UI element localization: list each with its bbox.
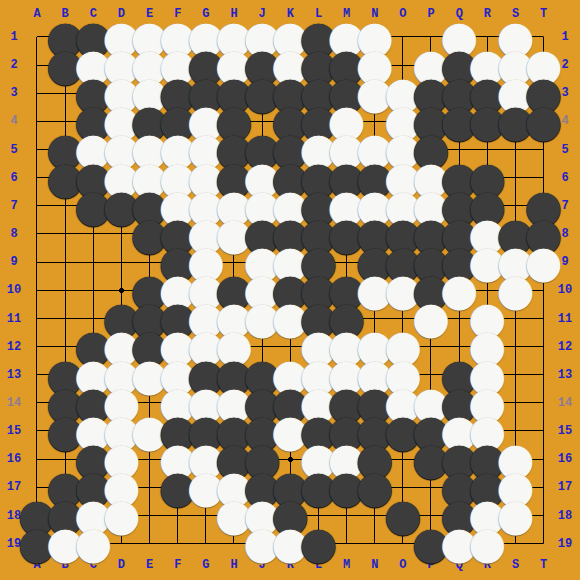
board-intersection-C4[interactable]: ●: [79, 107, 107, 135]
board-intersection-H14[interactable]: ●: [220, 389, 248, 417]
board-intersection-N6[interactable]: ●: [361, 164, 389, 192]
board-intersection-D13[interactable]: ●: [107, 361, 135, 389]
board-intersection-E10[interactable]: ●: [135, 276, 163, 304]
board-intersection-H2[interactable]: ●: [220, 51, 248, 79]
board-intersection-N1[interactable]: ●: [361, 23, 389, 51]
board-intersection-Q9[interactable]: ●: [445, 248, 473, 276]
board-intersection-P10[interactable]: ●: [417, 276, 445, 304]
board-intersection-R14[interactable]: ●: [473, 389, 501, 417]
board-intersection-A5[interactable]: [23, 135, 51, 163]
board-intersection-L16[interactable]: ●: [304, 445, 332, 473]
board-intersection-K10[interactable]: ●: [276, 276, 304, 304]
board-intersection-F3[interactable]: ●: [164, 79, 192, 107]
board-intersection-P15[interactable]: ●: [417, 417, 445, 445]
board-intersection-A15[interactable]: [23, 417, 51, 445]
board-intersection-N19[interactable]: [361, 529, 389, 557]
board-intersection-T12[interactable]: [529, 332, 557, 360]
board-intersection-L8[interactable]: ●: [304, 220, 332, 248]
board-intersection-K16[interactable]: [276, 445, 304, 473]
board-intersection-T6[interactable]: [529, 164, 557, 192]
board-intersection-N2[interactable]: ●: [361, 51, 389, 79]
board-intersection-T11[interactable]: [529, 304, 557, 332]
board-intersection-N17[interactable]: ●: [361, 473, 389, 501]
board-intersection-M1[interactable]: ●: [332, 23, 360, 51]
board-intersection-E17[interactable]: [135, 473, 163, 501]
board-intersection-G7[interactable]: ●: [192, 192, 220, 220]
board-intersection-P6[interactable]: ●: [417, 164, 445, 192]
board-intersection-T9[interactable]: ●: [529, 248, 557, 276]
board-intersection-H12[interactable]: ●: [220, 332, 248, 360]
board-intersection-P14[interactable]: ●: [417, 389, 445, 417]
board-intersection-H3[interactable]: ●: [220, 79, 248, 107]
board-intersection-F8[interactable]: ●: [164, 220, 192, 248]
board-intersection-G4[interactable]: ●: [192, 107, 220, 135]
board-intersection-A7[interactable]: [23, 192, 51, 220]
board-intersection-P3[interactable]: ●: [417, 79, 445, 107]
board-intersection-D17[interactable]: ●: [107, 473, 135, 501]
board-intersection-H8[interactable]: ●: [220, 220, 248, 248]
board-intersection-N7[interactable]: ●: [361, 192, 389, 220]
board-intersection-D4[interactable]: ●: [107, 107, 135, 135]
board-intersection-P1[interactable]: [417, 23, 445, 51]
board-intersection-P4[interactable]: ●: [417, 107, 445, 135]
board-intersection-L7[interactable]: ●: [304, 192, 332, 220]
board-intersection-L17[interactable]: ●: [304, 473, 332, 501]
board-intersection-P11[interactable]: ●: [417, 304, 445, 332]
board-intersection-B9[interactable]: [51, 248, 79, 276]
board-intersection-Q5[interactable]: [445, 135, 473, 163]
board-intersection-D7[interactable]: ●: [107, 192, 135, 220]
board-intersection-S3[interactable]: ●: [501, 79, 529, 107]
board-intersection-H1[interactable]: ●: [220, 23, 248, 51]
board-intersection-D1[interactable]: ●: [107, 23, 135, 51]
board-intersection-E7[interactable]: ●: [135, 192, 163, 220]
board-intersection-J7[interactable]: ●: [248, 192, 276, 220]
board-intersection-P7[interactable]: ●: [417, 192, 445, 220]
board-intersection-N16[interactable]: ●: [361, 445, 389, 473]
board-intersection-A9[interactable]: [23, 248, 51, 276]
board-intersection-C11[interactable]: [79, 304, 107, 332]
board-intersection-A19[interactable]: ●: [23, 529, 51, 557]
board-intersection-A6[interactable]: [23, 164, 51, 192]
board-intersection-H13[interactable]: ●: [220, 361, 248, 389]
board-intersection-L4[interactable]: ●: [304, 107, 332, 135]
board-intersection-M15[interactable]: ●: [332, 417, 360, 445]
board-intersection-J16[interactable]: ●: [248, 445, 276, 473]
board-intersection-E12[interactable]: ●: [135, 332, 163, 360]
board-intersection-G17[interactable]: ●: [192, 473, 220, 501]
board-intersection-S11[interactable]: [501, 304, 529, 332]
board-intersection-E13[interactable]: ●: [135, 361, 163, 389]
board-intersection-J8[interactable]: ●: [248, 220, 276, 248]
board-intersection-N14[interactable]: ●: [361, 389, 389, 417]
board-intersection-K1[interactable]: ●: [276, 23, 304, 51]
board-intersection-D14[interactable]: ●: [107, 389, 135, 417]
board-intersection-G3[interactable]: ●: [192, 79, 220, 107]
board-intersection-N9[interactable]: ●: [361, 248, 389, 276]
board-intersection-K14[interactable]: ●: [276, 389, 304, 417]
board-intersection-K3[interactable]: ●: [276, 79, 304, 107]
board-intersection-Q10[interactable]: ●: [445, 276, 473, 304]
board-intersection-J12[interactable]: [248, 332, 276, 360]
board-intersection-G11[interactable]: ●: [192, 304, 220, 332]
board-intersection-C1[interactable]: ●: [79, 23, 107, 51]
board-intersection-S12[interactable]: [501, 332, 529, 360]
board-intersection-E8[interactable]: ●: [135, 220, 163, 248]
board-intersection-H17[interactable]: ●: [220, 473, 248, 501]
board-intersection-K6[interactable]: ●: [276, 164, 304, 192]
board-intersection-H18[interactable]: ●: [220, 501, 248, 529]
board-intersection-O7[interactable]: ●: [389, 192, 417, 220]
board-intersection-J1[interactable]: ●: [248, 23, 276, 51]
board-intersection-C10[interactable]: [79, 276, 107, 304]
board-intersection-R3[interactable]: ●: [473, 79, 501, 107]
board-intersection-Q1[interactable]: ●: [445, 23, 473, 51]
board-intersection-C3[interactable]: ●: [79, 79, 107, 107]
board-intersection-F6[interactable]: ●: [164, 164, 192, 192]
board-intersection-B4[interactable]: [51, 107, 79, 135]
board-intersection-S7[interactable]: [501, 192, 529, 220]
board-intersection-L10[interactable]: ●: [304, 276, 332, 304]
board-intersection-Q12[interactable]: [445, 332, 473, 360]
board-intersection-O3[interactable]: ●: [389, 79, 417, 107]
board-intersection-Q8[interactable]: ●: [445, 220, 473, 248]
board-intersection-O2[interactable]: [389, 51, 417, 79]
board-intersection-L3[interactable]: ●: [304, 79, 332, 107]
board-intersection-J3[interactable]: ●: [248, 79, 276, 107]
board-intersection-J15[interactable]: ●: [248, 417, 276, 445]
board-intersection-R10[interactable]: [473, 276, 501, 304]
board-intersection-B5[interactable]: ●: [51, 135, 79, 163]
board-intersection-N4[interactable]: [361, 107, 389, 135]
board-intersection-C17[interactable]: ●: [79, 473, 107, 501]
board-intersection-H15[interactable]: ●: [220, 417, 248, 445]
board-intersection-E18[interactable]: [135, 501, 163, 529]
board-intersection-B12[interactable]: [51, 332, 79, 360]
board-intersection-O18[interactable]: ●: [389, 501, 417, 529]
board-intersection-D9[interactable]: [107, 248, 135, 276]
board-intersection-L13[interactable]: ●: [304, 361, 332, 389]
board-intersection-M4[interactable]: ●: [332, 107, 360, 135]
board-intersection-F11[interactable]: ●: [164, 304, 192, 332]
board-intersection-A10[interactable]: [23, 276, 51, 304]
board-intersection-C19[interactable]: ●: [79, 529, 107, 557]
board-intersection-O4[interactable]: ●: [389, 107, 417, 135]
board-intersection-H4[interactable]: ●: [220, 107, 248, 135]
board-intersection-B19[interactable]: ●: [51, 529, 79, 557]
board-intersection-L12[interactable]: ●: [304, 332, 332, 360]
board-intersection-O15[interactable]: ●: [389, 417, 417, 445]
board-intersection-O14[interactable]: ●: [389, 389, 417, 417]
board-intersection-T19[interactable]: [529, 529, 557, 557]
board-intersection-M14[interactable]: ●: [332, 389, 360, 417]
board-intersection-T3[interactable]: ●: [529, 79, 557, 107]
board-intersection-D3[interactable]: ●: [107, 79, 135, 107]
board-intersection-Q3[interactable]: ●: [445, 79, 473, 107]
board-intersection-R2[interactable]: ●: [473, 51, 501, 79]
board-intersection-M8[interactable]: ●: [332, 220, 360, 248]
board-intersection-J11[interactable]: ●: [248, 304, 276, 332]
board-intersection-R13[interactable]: ●: [473, 361, 501, 389]
board-intersection-S15[interactable]: [501, 417, 529, 445]
board-intersection-R15[interactable]: ●: [473, 417, 501, 445]
board-intersection-Q15[interactable]: ●: [445, 417, 473, 445]
board-intersection-E3[interactable]: ●: [135, 79, 163, 107]
board-intersection-F19[interactable]: [164, 529, 192, 557]
board-intersection-D6[interactable]: ●: [107, 164, 135, 192]
board-intersection-S4[interactable]: ●: [501, 107, 529, 135]
board-intersection-M5[interactable]: ●: [332, 135, 360, 163]
board-intersection-E5[interactable]: ●: [135, 135, 163, 163]
board-intersection-S8[interactable]: ●: [501, 220, 529, 248]
board-intersection-P16[interactable]: ●: [417, 445, 445, 473]
board-intersection-O11[interactable]: [389, 304, 417, 332]
board-intersection-L15[interactable]: ●: [304, 417, 332, 445]
board-intersection-O8[interactable]: ●: [389, 220, 417, 248]
board-intersection-G9[interactable]: ●: [192, 248, 220, 276]
board-intersection-C5[interactable]: ●: [79, 135, 107, 163]
board-intersection-S6[interactable]: [501, 164, 529, 192]
board-intersection-F14[interactable]: ●: [164, 389, 192, 417]
board-intersection-S14[interactable]: [501, 389, 529, 417]
board-intersection-R1[interactable]: [473, 23, 501, 51]
board-intersection-M13[interactable]: ●: [332, 361, 360, 389]
board-intersection-C7[interactable]: ●: [79, 192, 107, 220]
board-intersection-H11[interactable]: ●: [220, 304, 248, 332]
board-intersection-T10[interactable]: [529, 276, 557, 304]
board-intersection-P5[interactable]: ●: [417, 135, 445, 163]
board-intersection-N18[interactable]: [361, 501, 389, 529]
board-intersection-G13[interactable]: ●: [192, 361, 220, 389]
board-intersection-H5[interactable]: ●: [220, 135, 248, 163]
board-intersection-T8[interactable]: ●: [529, 220, 557, 248]
board-intersection-B2[interactable]: ●: [51, 51, 79, 79]
board-intersection-E19[interactable]: [135, 529, 163, 557]
board-intersection-O13[interactable]: ●: [389, 361, 417, 389]
board-intersection-M2[interactable]: ●: [332, 51, 360, 79]
board-intersection-J9[interactable]: ●: [248, 248, 276, 276]
board-intersection-J5[interactable]: ●: [248, 135, 276, 163]
board-intersection-A14[interactable]: [23, 389, 51, 417]
board-intersection-F5[interactable]: ●: [164, 135, 192, 163]
board-intersection-A2[interactable]: [23, 51, 51, 79]
board-intersection-B11[interactable]: [51, 304, 79, 332]
board-intersection-D11[interactable]: ●: [107, 304, 135, 332]
board-intersection-N5[interactable]: ●: [361, 135, 389, 163]
board-intersection-L14[interactable]: ●: [304, 389, 332, 417]
board-intersection-R12[interactable]: ●: [473, 332, 501, 360]
board-intersection-K13[interactable]: ●: [276, 361, 304, 389]
board-intersection-J10[interactable]: ●: [248, 276, 276, 304]
board-intersection-K5[interactable]: ●: [276, 135, 304, 163]
board-intersection-G6[interactable]: ●: [192, 164, 220, 192]
board-intersection-G15[interactable]: ●: [192, 417, 220, 445]
board-intersection-F2[interactable]: ●: [164, 51, 192, 79]
board-intersection-F7[interactable]: ●: [164, 192, 192, 220]
board-intersection-C9[interactable]: [79, 248, 107, 276]
board-intersection-S17[interactable]: ●: [501, 473, 529, 501]
board-intersection-T4[interactable]: ●: [529, 107, 557, 135]
board-intersection-R4[interactable]: ●: [473, 107, 501, 135]
board-intersection-K19[interactable]: ●: [276, 529, 304, 557]
board-intersection-S10[interactable]: ●: [501, 276, 529, 304]
board-intersection-L6[interactable]: ●: [304, 164, 332, 192]
board-intersection-G12[interactable]: ●: [192, 332, 220, 360]
board-intersection-C14[interactable]: ●: [79, 389, 107, 417]
board-intersection-O16[interactable]: [389, 445, 417, 473]
board-intersection-T1[interactable]: [529, 23, 557, 51]
board-intersection-D18[interactable]: ●: [107, 501, 135, 529]
board-intersection-J13[interactable]: ●: [248, 361, 276, 389]
board-intersection-F18[interactable]: [164, 501, 192, 529]
board-intersection-T2[interactable]: ●: [529, 51, 557, 79]
board-intersection-J19[interactable]: ●: [248, 529, 276, 557]
board-intersection-E4[interactable]: ●: [135, 107, 163, 135]
board-intersection-D19[interactable]: [107, 529, 135, 557]
board-intersection-P12[interactable]: [417, 332, 445, 360]
board-intersection-H16[interactable]: ●: [220, 445, 248, 473]
board-intersection-P13[interactable]: [417, 361, 445, 389]
board-intersection-N10[interactable]: ●: [361, 276, 389, 304]
board-intersection-E15[interactable]: ●: [135, 417, 163, 445]
board-intersection-H6[interactable]: ●: [220, 164, 248, 192]
board-intersection-Q4[interactable]: ●: [445, 107, 473, 135]
board-intersection-K9[interactable]: ●: [276, 248, 304, 276]
board-intersection-A3[interactable]: [23, 79, 51, 107]
board-intersection-R8[interactable]: ●: [473, 220, 501, 248]
board-intersection-R16[interactable]: ●: [473, 445, 501, 473]
board-intersection-J2[interactable]: ●: [248, 51, 276, 79]
board-intersection-J17[interactable]: ●: [248, 473, 276, 501]
board-intersection-G5[interactable]: ●: [192, 135, 220, 163]
board-intersection-K7[interactable]: ●: [276, 192, 304, 220]
board-intersection-B1[interactable]: ●: [51, 23, 79, 51]
board-intersection-A18[interactable]: ●: [23, 501, 51, 529]
board-intersection-S19[interactable]: [501, 529, 529, 557]
board-intersection-J6[interactable]: ●: [248, 164, 276, 192]
board-intersection-P19[interactable]: ●: [417, 529, 445, 557]
board-intersection-T5[interactable]: [529, 135, 557, 163]
board-intersection-M12[interactable]: ●: [332, 332, 360, 360]
board-intersection-F4[interactable]: ●: [164, 107, 192, 135]
board-intersection-O19[interactable]: [389, 529, 417, 557]
board-intersection-M16[interactable]: ●: [332, 445, 360, 473]
board-intersection-T7[interactable]: ●: [529, 192, 557, 220]
board-intersection-P9[interactable]: ●: [417, 248, 445, 276]
board-intersection-B15[interactable]: ●: [51, 417, 79, 445]
board-intersection-Q16[interactable]: ●: [445, 445, 473, 473]
board-intersection-S9[interactable]: ●: [501, 248, 529, 276]
board-intersection-E11[interactable]: ●: [135, 304, 163, 332]
board-intersection-A4[interactable]: [23, 107, 51, 135]
board-intersection-F15[interactable]: ●: [164, 417, 192, 445]
board-intersection-R19[interactable]: ●: [473, 529, 501, 557]
board-intersection-O10[interactable]: ●: [389, 276, 417, 304]
board-intersection-N8[interactable]: ●: [361, 220, 389, 248]
board-intersection-B16[interactable]: [51, 445, 79, 473]
board-intersection-S2[interactable]: ●: [501, 51, 529, 79]
board-intersection-R11[interactable]: ●: [473, 304, 501, 332]
board-intersection-G10[interactable]: ●: [192, 276, 220, 304]
board-intersection-L2[interactable]: ●: [304, 51, 332, 79]
board-intersection-G8[interactable]: ●: [192, 220, 220, 248]
board-intersection-L9[interactable]: ●: [304, 248, 332, 276]
board-intersection-J14[interactable]: ●: [248, 389, 276, 417]
board-intersection-B6[interactable]: ●: [51, 164, 79, 192]
board-intersection-K2[interactable]: ●: [276, 51, 304, 79]
board-intersection-B17[interactable]: ●: [51, 473, 79, 501]
board-intersection-S13[interactable]: [501, 361, 529, 389]
board-intersection-M10[interactable]: ●: [332, 276, 360, 304]
board-intersection-A1[interactable]: [23, 23, 51, 51]
board-intersection-A12[interactable]: [23, 332, 51, 360]
board-intersection-R18[interactable]: ●: [473, 501, 501, 529]
board-intersection-N13[interactable]: ●: [361, 361, 389, 389]
board-intersection-T16[interactable]: [529, 445, 557, 473]
board-intersection-L11[interactable]: ●: [304, 304, 332, 332]
board-intersection-O17[interactable]: [389, 473, 417, 501]
board-intersection-T15[interactable]: [529, 417, 557, 445]
board-intersection-M7[interactable]: ●: [332, 192, 360, 220]
board-intersection-N15[interactable]: ●: [361, 417, 389, 445]
board-intersection-Q17[interactable]: ●: [445, 473, 473, 501]
board-intersection-K18[interactable]: ●: [276, 501, 304, 529]
board-intersection-B3[interactable]: [51, 79, 79, 107]
board-intersection-F9[interactable]: ●: [164, 248, 192, 276]
board-intersection-C13[interactable]: ●: [79, 361, 107, 389]
board-intersection-M9[interactable]: [332, 248, 360, 276]
board-intersection-T17[interactable]: [529, 473, 557, 501]
board-intersection-D10[interactable]: [107, 276, 135, 304]
board-intersection-Q6[interactable]: ●: [445, 164, 473, 192]
board-intersection-K12[interactable]: [276, 332, 304, 360]
board-intersection-F1[interactable]: ●: [164, 23, 192, 51]
board-intersection-L1[interactable]: ●: [304, 23, 332, 51]
board-intersection-K11[interactable]: ●: [276, 304, 304, 332]
board-intersection-L5[interactable]: ●: [304, 135, 332, 163]
board-intersection-A13[interactable]: [23, 361, 51, 389]
board-intersection-M6[interactable]: ●: [332, 164, 360, 192]
board-intersection-P8[interactable]: ●: [417, 220, 445, 248]
board-intersection-F12[interactable]: ●: [164, 332, 192, 360]
board-intersection-H7[interactable]: ●: [220, 192, 248, 220]
board-intersection-Q7[interactable]: ●: [445, 192, 473, 220]
board-intersection-A8[interactable]: [23, 220, 51, 248]
board-intersection-G19[interactable]: [192, 529, 220, 557]
board-intersection-A17[interactable]: [23, 473, 51, 501]
board-intersection-O6[interactable]: ●: [389, 164, 417, 192]
board-intersection-D15[interactable]: ●: [107, 417, 135, 445]
board-intersection-R7[interactable]: ●: [473, 192, 501, 220]
board-intersection-F17[interactable]: ●: [164, 473, 192, 501]
board-intersection-F16[interactable]: ●: [164, 445, 192, 473]
board-intersection-R5[interactable]: [473, 135, 501, 163]
board-intersection-M3[interactable]: ●: [332, 79, 360, 107]
board-intersection-O12[interactable]: ●: [389, 332, 417, 360]
board-intersection-N12[interactable]: ●: [361, 332, 389, 360]
board-intersection-S5[interactable]: [501, 135, 529, 163]
board-intersection-F13[interactable]: ●: [164, 361, 192, 389]
board-intersection-C2[interactable]: ●: [79, 51, 107, 79]
board-intersection-N11[interactable]: [361, 304, 389, 332]
board-intersection-G2[interactable]: ●: [192, 51, 220, 79]
board-intersection-Q11[interactable]: [445, 304, 473, 332]
board-intersection-R6[interactable]: ●: [473, 164, 501, 192]
board-intersection-C18[interactable]: ●: [79, 501, 107, 529]
board-intersection-O5[interactable]: ●: [389, 135, 417, 163]
board-intersection-G1[interactable]: ●: [192, 23, 220, 51]
board-intersection-H19[interactable]: [220, 529, 248, 557]
